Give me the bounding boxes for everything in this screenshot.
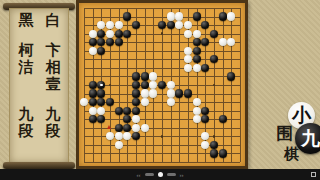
black-stone <box>132 72 140 80</box>
playhead-knob[interactable] <box>158 172 163 177</box>
grid-line <box>223 8 224 162</box>
white-stone <box>106 21 114 29</box>
black-stone <box>193 12 201 20</box>
grid-line <box>84 111 240 112</box>
scroll-char-black-column: 洁 <box>19 59 34 76</box>
scroll-char-white-column: 九 <box>46 106 61 123</box>
black-stone <box>115 124 123 132</box>
white-stone <box>167 12 175 20</box>
scroll-char-white-column: 卞 <box>46 42 61 59</box>
last-move-dot <box>100 84 103 87</box>
black-stone <box>89 38 97 46</box>
black-stone <box>175 89 183 97</box>
black-stone <box>97 89 105 97</box>
go-board[interactable] <box>76 0 248 169</box>
white-stone <box>184 55 192 63</box>
black-stone <box>201 115 209 123</box>
white-stone <box>184 30 192 38</box>
white-stone <box>149 81 157 89</box>
white-stone <box>184 47 192 55</box>
black-stone <box>210 30 218 38</box>
white-stone <box>89 107 97 115</box>
white-stone <box>106 132 114 140</box>
black-stone <box>132 107 140 115</box>
black-stone <box>97 47 105 55</box>
white-stone <box>184 64 192 72</box>
white-stone <box>193 30 201 38</box>
white-stone <box>132 115 140 123</box>
black-stone <box>123 107 131 115</box>
grid-line <box>84 119 240 120</box>
white-stone <box>193 107 201 115</box>
white-stone <box>141 124 149 132</box>
black-stone <box>106 38 114 46</box>
black-stone <box>201 21 209 29</box>
scroll-char-black-column: 段 <box>19 123 34 140</box>
grid-line <box>179 8 180 162</box>
white-stone <box>167 98 175 106</box>
black-stone <box>193 55 201 63</box>
black-stone <box>167 21 175 29</box>
black-stone <box>132 21 140 29</box>
scroll-char-black-column: 黑 <box>19 12 34 29</box>
time-label-left <box>145 173 154 176</box>
white-stone <box>167 89 175 97</box>
black-stone <box>106 98 114 106</box>
white-stone <box>219 38 227 46</box>
white-stone <box>175 12 183 20</box>
black-stone <box>123 12 131 20</box>
white-stone <box>227 38 235 46</box>
white-stone <box>149 89 157 97</box>
time-label-right <box>167 173 176 176</box>
logo-wei-char: 围 <box>276 122 293 145</box>
black-stone <box>141 72 149 80</box>
white-stone <box>123 132 131 140</box>
white-stone <box>184 21 192 29</box>
white-stone <box>175 21 183 29</box>
player-control-bar[interactable]: ‹‹ ›› <box>0 169 320 180</box>
white-stone <box>97 21 105 29</box>
white-stone <box>89 47 97 55</box>
black-stone <box>132 81 140 89</box>
white-stone <box>193 115 201 123</box>
white-stone <box>115 132 123 140</box>
star-point <box>213 135 216 138</box>
black-stone <box>193 47 201 55</box>
white-stone <box>97 107 105 115</box>
black-stone <box>219 115 227 123</box>
black-stone <box>89 98 97 106</box>
grid-line <box>84 162 240 163</box>
brand-logo: 围 小 九 棋 <box>278 98 320 168</box>
white-stone <box>193 98 201 106</box>
grid-line <box>84 94 240 95</box>
black-stone <box>158 21 166 29</box>
app-canvas: 白卞相壹九段 黑柯洁九段 围 小 九 棋 ‹‹ ›› <box>0 0 320 180</box>
black-stone <box>115 38 123 46</box>
fullscreen-icon[interactable] <box>311 172 316 177</box>
black-stone <box>219 149 227 157</box>
black-stone <box>210 141 218 149</box>
black-stone <box>97 38 105 46</box>
black-stone <box>89 81 97 89</box>
scroll-char-white-column: 壹 <box>46 76 61 93</box>
triangle-marker <box>107 125 111 129</box>
grid-line <box>231 8 232 162</box>
grid-line <box>240 8 241 162</box>
scroll-char-black-column: 九 <box>19 106 34 123</box>
black-player-column: 黑柯洁九段 <box>15 12 37 140</box>
black-stone <box>158 81 166 89</box>
black-stone <box>123 30 131 38</box>
scroll-char-white-column: 白 <box>46 12 61 29</box>
black-stone <box>132 89 140 97</box>
white-stone <box>193 64 201 72</box>
white-stone <box>227 12 235 20</box>
black-stone <box>201 38 209 46</box>
white-stone <box>149 72 157 80</box>
black-stone <box>115 30 123 38</box>
scroll-char-white-column: 相 <box>46 59 61 76</box>
white-stone <box>141 89 149 97</box>
black-stone <box>227 72 235 80</box>
black-stone <box>193 38 201 46</box>
black-stone <box>201 64 209 72</box>
black-stone <box>210 149 218 157</box>
black-stone <box>97 30 105 38</box>
logo-nine-char: 九 <box>301 126 320 152</box>
black-stone <box>210 55 218 63</box>
black-stone <box>89 89 97 97</box>
white-stone <box>115 141 123 149</box>
black-stone <box>97 81 105 89</box>
white-stone <box>115 21 123 29</box>
white-player-column: 白卞相壹九段 <box>42 12 64 140</box>
black-stone <box>141 81 149 89</box>
star-point <box>161 135 164 138</box>
black-stone <box>115 107 123 115</box>
black-stone <box>97 115 105 123</box>
black-stone <box>123 124 131 132</box>
seek-forward-icon[interactable]: ›› <box>180 172 184 178</box>
scroll-char-white-column: 段 <box>46 123 61 140</box>
logo-qi-char: 棋 <box>284 145 299 164</box>
black-stone <box>132 98 140 106</box>
white-stone <box>89 30 97 38</box>
black-stone <box>123 115 131 123</box>
white-stone <box>80 98 88 106</box>
white-stone <box>132 124 140 132</box>
white-stone <box>167 81 175 89</box>
black-stone <box>201 107 209 115</box>
scroll-char-black-column: 柯 <box>19 42 34 59</box>
scroll-rod-bottom <box>3 162 75 169</box>
white-stone <box>201 132 209 140</box>
white-stone <box>141 98 149 106</box>
black-stone <box>89 115 97 123</box>
white-stone <box>106 30 114 38</box>
black-stone <box>132 132 140 140</box>
seek-back-icon[interactable]: ‹‹ <box>137 172 141 178</box>
player-scroll: 白卞相壹九段 黑柯洁九段 <box>7 3 71 169</box>
white-stone <box>201 141 209 149</box>
black-stone <box>219 12 227 20</box>
black-stone <box>184 89 192 97</box>
black-stone <box>97 98 105 106</box>
